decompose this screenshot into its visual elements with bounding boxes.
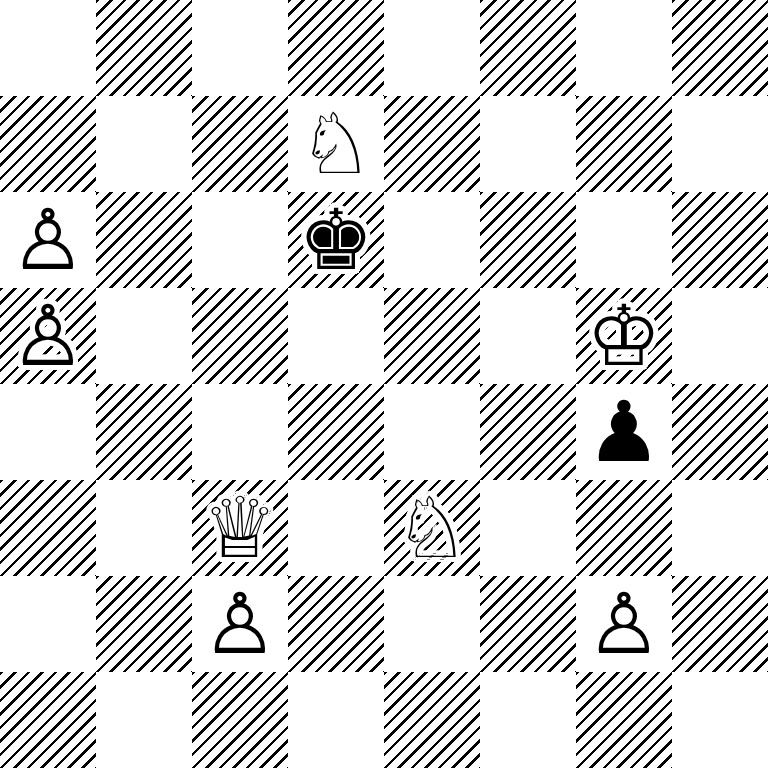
square-f7[interactable] [480,96,576,192]
square-d7[interactable]: ♘ [288,96,384,192]
square-d3[interactable] [288,480,384,576]
white-knight-d7: ♘ [298,96,373,192]
white-queen-c3: ♕ [202,480,277,576]
square-e2[interactable] [384,576,480,672]
square-d5[interactable] [288,288,384,384]
square-h1[interactable] [672,672,768,768]
square-c7[interactable] [192,96,288,192]
square-h6[interactable] [672,192,768,288]
square-g2[interactable]: ♙ [576,576,672,672]
square-b4[interactable] [96,384,192,480]
square-e8[interactable] [384,0,480,96]
square-f1[interactable] [480,672,576,768]
white-knight-e3: ♘ [394,480,469,576]
square-g4[interactable]: ♟ [576,384,672,480]
square-e3[interactable]: ♘ [384,480,480,576]
black-pawn-g4: ♟ [586,384,661,480]
square-h5[interactable] [672,288,768,384]
square-f5[interactable] [480,288,576,384]
square-a3[interactable] [0,480,96,576]
square-f6[interactable] [480,192,576,288]
square-f4[interactable] [480,384,576,480]
square-b1[interactable] [96,672,192,768]
square-c6[interactable] [192,192,288,288]
square-a8[interactable] [0,0,96,96]
square-c4[interactable] [192,384,288,480]
square-d8[interactable] [288,0,384,96]
square-f3[interactable] [480,480,576,576]
square-c2[interactable]: ♙ [192,576,288,672]
square-g5[interactable]: ♔ [576,288,672,384]
white-pawn-c2: ♙ [202,576,277,672]
white-king-g5: ♔ [586,288,661,384]
white-pawn-g2: ♙ [586,576,661,672]
square-e6[interactable] [384,192,480,288]
square-d6[interactable]: ♚ [288,192,384,288]
square-g3[interactable] [576,480,672,576]
square-h8[interactable] [672,0,768,96]
square-g7[interactable] [576,96,672,192]
square-h4[interactable] [672,384,768,480]
square-d4[interactable] [288,384,384,480]
square-e4[interactable] [384,384,480,480]
square-f8[interactable] [480,0,576,96]
square-a4[interactable] [0,384,96,480]
square-c8[interactable] [192,0,288,96]
square-f2[interactable] [480,576,576,672]
square-e5[interactable] [384,288,480,384]
square-c3[interactable]: ♕ [192,480,288,576]
square-g8[interactable] [576,0,672,96]
square-h3[interactable] [672,480,768,576]
square-b7[interactable] [96,96,192,192]
square-c5[interactable] [192,288,288,384]
black-king-d6: ♚ [298,192,373,288]
square-a5[interactable]: ♙ [0,288,96,384]
square-d1[interactable] [288,672,384,768]
square-e1[interactable] [384,672,480,768]
square-a6[interactable]: ♙ [0,192,96,288]
square-a7[interactable] [0,96,96,192]
square-b8[interactable] [96,0,192,96]
white-pawn-a6: ♙ [10,192,85,288]
square-g6[interactable] [576,192,672,288]
square-b5[interactable] [96,288,192,384]
square-b3[interactable] [96,480,192,576]
square-c1[interactable] [192,672,288,768]
square-a2[interactable] [0,576,96,672]
white-pawn-a5: ♙ [10,288,85,384]
square-d2[interactable] [288,576,384,672]
square-g1[interactable] [576,672,672,768]
square-b6[interactable] [96,192,192,288]
square-a1[interactable] [0,672,96,768]
square-h2[interactable] [672,576,768,672]
square-e7[interactable] [384,96,480,192]
square-h7[interactable] [672,96,768,192]
chess-board: ♘♙♚♙♔♟♕♘♙♙ [0,0,768,768]
square-b2[interactable] [96,576,192,672]
